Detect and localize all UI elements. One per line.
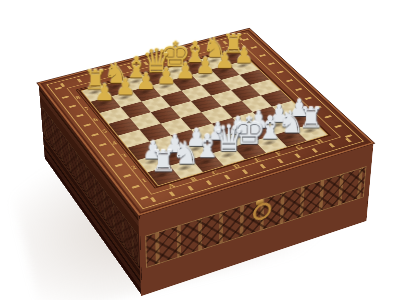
piece-glyph: ♜ <box>142 146 185 175</box>
photo-stage: ABCDEFGH 87654321 ♜♞♝♛♚♝♞♜♟♟♟♟♟♟♟♟ <box>0 0 400 300</box>
scene: ABCDEFGH 87654321 ♜♞♝♛♚♝♞♜♟♟♟♟♟♟♟♟ <box>0 0 400 300</box>
chess-box: ABCDEFGH 87654321 ♜♞♝♛♚♝♞♜♟♟♟♟♟♟♟♟ <box>38 28 375 215</box>
